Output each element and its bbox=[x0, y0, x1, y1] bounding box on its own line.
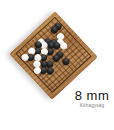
size-label: 8 mm bbox=[71, 89, 113, 103]
product-photo: 8 mm Kőnagyság bbox=[0, 0, 114, 130]
size-caption: 8 mm Kőnagyság bbox=[71, 89, 113, 108]
board-grid bbox=[15, 17, 91, 93]
size-sublabel: Kőnagyság bbox=[71, 103, 113, 108]
go-board bbox=[9, 11, 98, 100]
